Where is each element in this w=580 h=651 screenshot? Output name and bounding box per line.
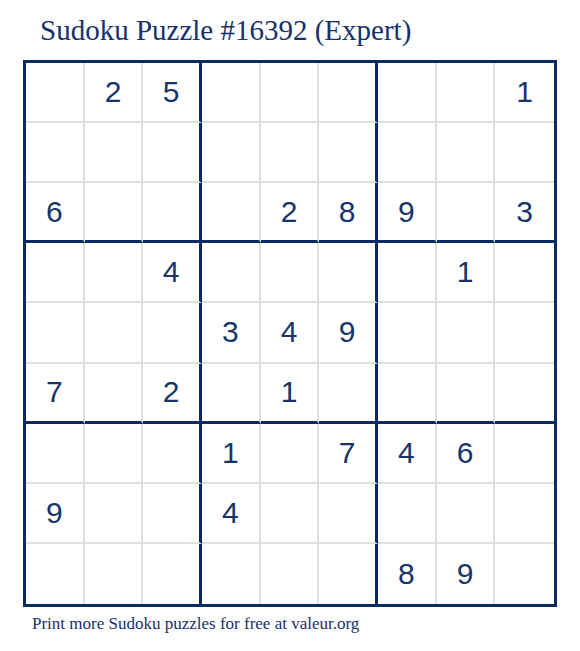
sudoku-cell (378, 364, 437, 424)
sudoku-cell (378, 303, 437, 363)
sudoku-cell (26, 243, 85, 303)
sudoku-cell (378, 123, 437, 183)
sudoku-cell (143, 424, 202, 484)
sudoku-cell (202, 364, 261, 424)
sudoku-cell (85, 303, 144, 363)
sudoku-cell: 7 (26, 364, 85, 424)
sudoku-cell (261, 243, 320, 303)
page-root: Sudoku Puzzle #16392 (Expert) 2516289341… (0, 0, 580, 651)
sudoku-cell (378, 484, 437, 544)
sudoku-cell: 1 (202, 424, 261, 484)
sudoku-cell (143, 303, 202, 363)
sudoku-cell (143, 544, 202, 604)
sudoku-cell (202, 63, 261, 123)
sudoku-cell (319, 544, 378, 604)
sudoku-cell (143, 183, 202, 243)
sudoku-cell (437, 364, 496, 424)
sudoku-cell (437, 484, 496, 544)
puzzle-title: Sudoku Puzzle #16392 (Expert) (40, 13, 411, 47)
sudoku-cell (437, 183, 496, 243)
sudoku-cell: 2 (85, 63, 144, 123)
sudoku-cell (319, 243, 378, 303)
sudoku-cell: 2 (261, 183, 320, 243)
sudoku-cell: 3 (495, 183, 554, 243)
sudoku-cell (319, 123, 378, 183)
sudoku-cell (261, 63, 320, 123)
sudoku-cell (26, 63, 85, 123)
sudoku-cell: 6 (437, 424, 496, 484)
sudoku-cell: 4 (202, 484, 261, 544)
sudoku-cell: 5 (143, 63, 202, 123)
sudoku-cell (85, 544, 144, 604)
sudoku-cell (202, 123, 261, 183)
sudoku-cell (495, 243, 554, 303)
sudoku-cell (495, 364, 554, 424)
sudoku-cell (85, 243, 144, 303)
sudoku-cell (495, 424, 554, 484)
sudoku-cell (85, 364, 144, 424)
sudoku-cell (378, 243, 437, 303)
footer-text: Print more Sudoku puzzles for free at va… (32, 613, 359, 635)
sudoku-cell (85, 183, 144, 243)
sudoku-cell (26, 424, 85, 484)
sudoku-cell (495, 544, 554, 604)
sudoku-cell (143, 123, 202, 183)
sudoku-cell: 6 (26, 183, 85, 243)
sudoku-cell: 1 (495, 63, 554, 123)
sudoku-grid: 251628934134972117469489 (23, 60, 557, 607)
sudoku-cell (319, 484, 378, 544)
sudoku-cell (202, 544, 261, 604)
sudoku-cell: 8 (319, 183, 378, 243)
sudoku-cell (26, 303, 85, 363)
sudoku-cell: 2 (143, 364, 202, 424)
sudoku-cell (85, 123, 144, 183)
sudoku-cell (261, 544, 320, 604)
sudoku-cell (378, 63, 437, 123)
sudoku-cell (437, 123, 496, 183)
sudoku-cell: 8 (378, 544, 437, 604)
sudoku-cell (85, 424, 144, 484)
sudoku-cell: 9 (437, 544, 496, 604)
sudoku-cell (319, 63, 378, 123)
sudoku-cell (202, 183, 261, 243)
sudoku-cell (85, 484, 144, 544)
sudoku-cell (26, 123, 85, 183)
sudoku-cell: 9 (378, 183, 437, 243)
sudoku-cell (437, 63, 496, 123)
sudoku-cell: 4 (261, 303, 320, 363)
sudoku-cell (202, 243, 261, 303)
sudoku-cell: 9 (26, 484, 85, 544)
sudoku-cell: 1 (261, 364, 320, 424)
sudoku-cell: 9 (319, 303, 378, 363)
sudoku-cell (261, 424, 320, 484)
sudoku-cell (495, 303, 554, 363)
sudoku-cell: 3 (202, 303, 261, 363)
sudoku-cell (495, 484, 554, 544)
sudoku-cell (261, 484, 320, 544)
sudoku-cell (319, 364, 378, 424)
sudoku-cell: 4 (143, 243, 202, 303)
sudoku-cell (261, 123, 320, 183)
sudoku-cell (495, 123, 554, 183)
sudoku-cell: 1 (437, 243, 496, 303)
sudoku-cell (26, 544, 85, 604)
sudoku-cell (437, 303, 496, 363)
sudoku-cell (143, 484, 202, 544)
sudoku-cell: 4 (378, 424, 437, 484)
sudoku-cell: 7 (319, 424, 378, 484)
